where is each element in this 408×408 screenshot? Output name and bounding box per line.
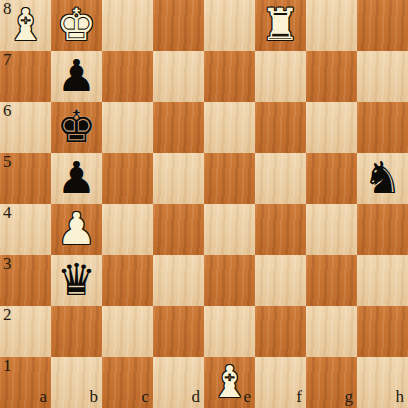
square-c6[interactable] [102,102,153,153]
square-c7[interactable] [102,51,153,102]
square-d3[interactable] [153,255,204,306]
black-knight-h5: ♞ [357,153,408,204]
square-a1[interactable] [0,357,51,408]
white-king-b8: ♚ [51,0,102,51]
square-d4[interactable] [153,204,204,255]
square-d7[interactable] [153,51,204,102]
square-a5[interactable] [0,153,51,204]
square-g3[interactable] [306,255,357,306]
square-b8[interactable]: ♚ [51,0,102,51]
white-pawn-b4: ♟ [51,204,102,255]
black-pawn-b7: ♟ [51,51,102,102]
square-c1[interactable] [102,357,153,408]
square-a6[interactable] [0,102,51,153]
square-c3[interactable] [102,255,153,306]
white-rook-f8: ♜ [255,0,306,51]
square-h7[interactable] [357,51,408,102]
black-king-b6: ♚ [51,102,102,153]
square-h4[interactable] [357,204,408,255]
square-g6[interactable] [306,102,357,153]
square-d6[interactable] [153,102,204,153]
square-d1[interactable] [153,357,204,408]
square-e1[interactable]: ♝ [204,357,255,408]
square-g7[interactable] [306,51,357,102]
square-b2[interactable] [51,306,102,357]
square-g8[interactable] [306,0,357,51]
square-c8[interactable] [102,0,153,51]
square-f6[interactable] [255,102,306,153]
square-b1[interactable] [51,357,102,408]
square-g5[interactable] [306,153,357,204]
square-b4[interactable]: ♟ [51,204,102,255]
square-b6[interactable]: ♚ [51,102,102,153]
square-h5[interactable]: ♞ [357,153,408,204]
square-b5[interactable]: ♟ [51,153,102,204]
square-f7[interactable] [255,51,306,102]
square-f5[interactable] [255,153,306,204]
square-h1[interactable] [357,357,408,408]
square-d5[interactable] [153,153,204,204]
square-f2[interactable] [255,306,306,357]
square-e4[interactable] [204,204,255,255]
square-a4[interactable] [0,204,51,255]
square-b3[interactable]: ♛ [51,255,102,306]
square-c2[interactable] [102,306,153,357]
black-queen-b3: ♛ [51,255,102,306]
square-e5[interactable] [204,153,255,204]
white-bishop-e1: ♝ [204,357,255,408]
square-a3[interactable] [0,255,51,306]
square-e8[interactable] [204,0,255,51]
square-h8[interactable] [357,0,408,51]
square-g4[interactable] [306,204,357,255]
square-h6[interactable] [357,102,408,153]
square-d2[interactable] [153,306,204,357]
square-a7[interactable] [0,51,51,102]
square-f1[interactable] [255,357,306,408]
white-bishop-a8: ♝ [0,0,51,51]
square-f3[interactable] [255,255,306,306]
square-e2[interactable] [204,306,255,357]
square-d8[interactable] [153,0,204,51]
square-a2[interactable] [0,306,51,357]
square-e3[interactable] [204,255,255,306]
square-a8[interactable]: ♝ [0,0,51,51]
square-f4[interactable] [255,204,306,255]
square-h3[interactable] [357,255,408,306]
square-e7[interactable] [204,51,255,102]
chess-board: ♝♚♜♟♚♟♞♟♛♝87654321abcdefgh [0,0,408,408]
square-c5[interactable] [102,153,153,204]
square-c4[interactable] [102,204,153,255]
square-g2[interactable] [306,306,357,357]
square-g1[interactable] [306,357,357,408]
square-h2[interactable] [357,306,408,357]
square-e6[interactable] [204,102,255,153]
square-f8[interactable]: ♜ [255,0,306,51]
square-b7[interactable]: ♟ [51,51,102,102]
black-pawn-b5: ♟ [51,153,102,204]
